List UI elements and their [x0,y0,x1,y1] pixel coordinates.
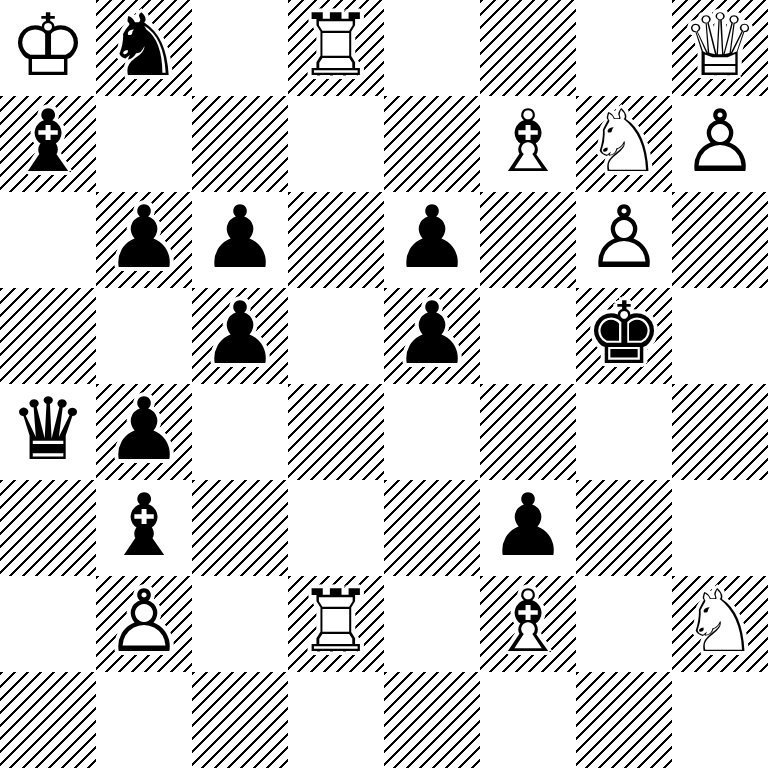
square-b4[interactable]: ♟♟ [96,384,192,480]
square-f8[interactable] [480,0,576,96]
square-c4[interactable] [192,384,288,480]
square-c6[interactable]: ♟♟ [192,192,288,288]
square-e1[interactable] [384,672,480,768]
black-knight-icon[interactable]: ♞♞ [96,0,192,96]
square-g1[interactable] [576,672,672,768]
black-king-icon[interactable]: ♚♚ [576,288,672,384]
white-pawn-icon[interactable]: ♟♙ [96,576,192,672]
piece-glyph: ♝ [9,98,86,184]
square-g4[interactable] [576,384,672,480]
piece-glyph: ♝ [105,482,182,568]
piece-glyph: ♟ [105,386,182,472]
black-pawn-icon[interactable]: ♟♟ [96,384,192,480]
white-pawn-icon[interactable]: ♟♙ [576,192,672,288]
square-d7[interactable] [288,96,384,192]
piece-glyph: ♟ [489,482,566,568]
black-pawn-icon[interactable]: ♟♟ [192,288,288,384]
piece-glyph: ♟ [201,194,278,280]
piece-glyph: ♟ [105,194,182,280]
square-c3[interactable] [192,480,288,576]
square-d5[interactable] [288,288,384,384]
square-b2[interactable]: ♟♙ [96,576,192,672]
piece-glyph: ♞ [105,2,182,88]
square-h5[interactable] [672,288,768,384]
square-e6[interactable]: ♟♟ [384,192,480,288]
white-king-icon[interactable]: ♚♔ [0,0,96,96]
piece-glyph: ♚ [585,290,662,376]
square-c1[interactable] [192,672,288,768]
piece-glyph: ♗ [489,578,566,664]
piece-glyph: ♟ [201,290,278,376]
piece-glyph: ♛ [9,386,86,472]
square-b3[interactable]: ♝♝ [96,480,192,576]
white-bishop-icon[interactable]: ♝♗ [480,576,576,672]
square-f3[interactable]: ♟♟ [480,480,576,576]
piece-glyph: ♔ [9,2,86,88]
piece-glyph: ♗ [489,98,566,184]
square-h1[interactable] [672,672,768,768]
square-b8[interactable]: ♞♞ [96,0,192,96]
square-g5[interactable]: ♚♚ [576,288,672,384]
square-b7[interactable] [96,96,192,192]
black-queen-icon[interactable]: ♛♛ [0,384,96,480]
black-pawn-icon[interactable]: ♟♟ [384,192,480,288]
piece-glyph: ♕ [681,2,758,88]
square-h3[interactable] [672,480,768,576]
piece-glyph: ♖ [297,578,374,664]
black-pawn-icon[interactable]: ♟♟ [384,288,480,384]
square-a8[interactable]: ♚♔ [0,0,96,96]
white-rook-icon[interactable]: ♜♖ [288,0,384,96]
piece-glyph: ♟ [393,290,470,376]
square-e3[interactable] [384,480,480,576]
square-f1[interactable] [480,672,576,768]
square-a7[interactable]: ♝♝ [0,96,96,192]
chess-board: ♚♔♞♞♜♖♛♕♝♝♝♗♞♘♟♙♟♟♟♟♟♟♟♙♟♟♟♟♚♚♛♛♟♟♝♝♟♟♟♙… [0,0,768,768]
black-pawn-icon[interactable]: ♟♟ [480,480,576,576]
white-rook-icon[interactable]: ♜♖ [288,576,384,672]
square-g3[interactable] [576,480,672,576]
square-f5[interactable] [480,288,576,384]
square-e2[interactable] [384,576,480,672]
square-g8[interactable] [576,0,672,96]
black-pawn-icon[interactable]: ♟♟ [96,192,192,288]
square-g2[interactable] [576,576,672,672]
square-a2[interactable] [0,576,96,672]
square-d6[interactable] [288,192,384,288]
piece-glyph: ♟ [393,194,470,280]
square-d8[interactable]: ♜♖ [288,0,384,96]
square-c5[interactable]: ♟♟ [192,288,288,384]
square-d1[interactable] [288,672,384,768]
piece-glyph: ♙ [585,194,662,280]
square-b6[interactable]: ♟♟ [96,192,192,288]
square-a5[interactable] [0,288,96,384]
square-f7[interactable]: ♝♗ [480,96,576,192]
square-h4[interactable] [672,384,768,480]
square-b5[interactable] [96,288,192,384]
square-c7[interactable] [192,96,288,192]
square-h2[interactable]: ♞♘ [672,576,768,672]
white-pawn-icon[interactable]: ♟♙ [672,96,768,192]
square-f2[interactable]: ♝♗ [480,576,576,672]
piece-glyph: ♙ [681,98,758,184]
black-bishop-icon[interactable]: ♝♝ [0,96,96,192]
white-knight-icon[interactable]: ♞♘ [672,576,768,672]
black-pawn-icon[interactable]: ♟♟ [192,192,288,288]
square-d3[interactable] [288,480,384,576]
square-f4[interactable] [480,384,576,480]
square-a1[interactable] [0,672,96,768]
white-queen-icon[interactable]: ♛♕ [672,0,768,96]
square-a6[interactable] [0,192,96,288]
square-b1[interactable] [96,672,192,768]
piece-glyph: ♘ [585,98,662,184]
square-h6[interactable] [672,192,768,288]
square-e4[interactable] [384,384,480,480]
square-h7[interactable]: ♟♙ [672,96,768,192]
square-c8[interactable] [192,0,288,96]
piece-glyph: ♖ [297,2,374,88]
piece-glyph: ♙ [105,578,182,664]
square-g7[interactable]: ♞♘ [576,96,672,192]
black-bishop-icon[interactable]: ♝♝ [96,480,192,576]
square-d4[interactable] [288,384,384,480]
piece-glyph: ♘ [681,578,758,664]
square-h8[interactable]: ♛♕ [672,0,768,96]
square-c2[interactable] [192,576,288,672]
white-knight-icon[interactable]: ♞♘ [576,96,672,192]
square-a4[interactable]: ♛♛ [0,384,96,480]
square-e5[interactable]: ♟♟ [384,288,480,384]
square-e7[interactable] [384,96,480,192]
square-g6[interactable]: ♟♙ [576,192,672,288]
chessboard-container: ♚♔♞♞♜♖♛♕♝♝♝♗♞♘♟♙♟♟♟♟♟♟♟♙♟♟♟♟♚♚♛♛♟♟♝♝♟♟♟♙… [0,0,768,768]
square-e8[interactable] [384,0,480,96]
square-f6[interactable] [480,192,576,288]
square-d2[interactable]: ♜♖ [288,576,384,672]
white-bishop-icon[interactable]: ♝♗ [480,96,576,192]
square-a3[interactable] [0,480,96,576]
